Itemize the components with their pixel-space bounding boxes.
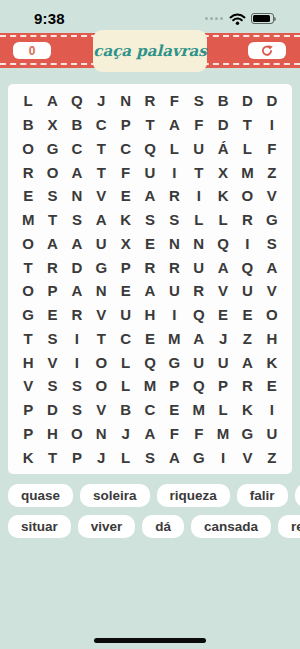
- cell-r3c11[interactable]: F: [260, 137, 284, 161]
- cell-r9c8[interactable]: R: [187, 279, 211, 303]
- cell-r7c8[interactable]: N: [187, 232, 211, 256]
- cell-r2c7[interactable]: A: [162, 113, 186, 137]
- cell-r8c3[interactable]: D: [65, 255, 89, 279]
- cell-r13c7[interactable]: P: [162, 374, 186, 398]
- cell-r3c5[interactable]: C: [113, 137, 137, 161]
- cell-r6c10[interactable]: R: [235, 208, 259, 232]
- cell-r7c11[interactable]: S: [260, 232, 284, 256]
- cell-r7c7[interactable]: N: [162, 232, 186, 256]
- cell-r14c4[interactable]: V: [89, 398, 113, 422]
- cell-r8c5[interactable]: P: [113, 255, 137, 279]
- cell-r10c2[interactable]: E: [40, 303, 64, 327]
- cell-r15c11[interactable]: U: [260, 422, 284, 446]
- cell-r8c8[interactable]: U: [187, 255, 211, 279]
- status-time: 9:38: [34, 10, 65, 27]
- status-bar: 9:38: [0, 0, 300, 33]
- cell-r10c10[interactable]: E: [235, 303, 259, 327]
- cell-r2c6[interactable]: T: [138, 113, 162, 137]
- battery-nub: [274, 17, 276, 21]
- cell-r5c1[interactable]: E: [16, 184, 40, 208]
- cell-r13c8[interactable]: Q: [187, 374, 211, 398]
- cell-r3c4[interactable]: T: [89, 137, 113, 161]
- cell-r13c5[interactable]: L: [113, 374, 137, 398]
- cell-r6c3[interactable]: S: [65, 208, 89, 232]
- cell-r5c8[interactable]: I: [187, 184, 211, 208]
- cell-r10c11[interactable]: O: [260, 303, 284, 327]
- cell-r3c9[interactable]: Á: [211, 137, 235, 161]
- cell-r14c11[interactable]: I: [260, 398, 284, 422]
- cell-r13c10[interactable]: R: [235, 374, 259, 398]
- word-chip-dá: dá: [142, 515, 184, 538]
- word-chip-situar: situar: [8, 515, 71, 538]
- cell-r1c7[interactable]: F: [162, 89, 186, 113]
- cell-r11c4[interactable]: T: [89, 327, 113, 351]
- cell-r9c7[interactable]: U: [162, 279, 186, 303]
- cell-r2c10[interactable]: T: [235, 113, 259, 137]
- cell-r4c9[interactable]: X: [211, 160, 235, 184]
- word-row-2: situarviverdácansadaremoto: [8, 515, 292, 538]
- cell-r3c6[interactable]: Q: [138, 137, 162, 161]
- cell-r10c5[interactable]: U: [113, 303, 137, 327]
- cell-r14c10[interactable]: K: [235, 398, 259, 422]
- cell-r12c10[interactable]: A: [235, 350, 259, 374]
- cell-r12c7[interactable]: G: [162, 350, 186, 374]
- cell-r4c6[interactable]: U: [138, 160, 162, 184]
- cell-r9c6[interactable]: A: [138, 279, 162, 303]
- found-words-count: 0: [29, 44, 36, 58]
- cell-r11c9[interactable]: J: [211, 327, 235, 351]
- cell-r6c8[interactable]: L: [187, 208, 211, 232]
- cell-r1c6[interactable]: R: [138, 89, 162, 113]
- cell-r4c7[interactable]: I: [162, 160, 186, 184]
- cell-r7c9[interactable]: Q: [211, 232, 235, 256]
- cell-r2c5[interactable]: P: [113, 113, 137, 137]
- title-plaque: caça palavras: [93, 30, 207, 72]
- word-chip-viver: viver: [78, 515, 136, 538]
- cell-r12c9[interactable]: U: [211, 350, 235, 374]
- cell-r6c5[interactable]: K: [113, 208, 137, 232]
- cell-r8c10[interactable]: Q: [235, 255, 259, 279]
- word-list: quasesoleirariquezafalirgostar situarviv…: [0, 474, 300, 538]
- word-row-1: quasesoleirariquezafalirgostar: [8, 484, 292, 507]
- cell-r16c7[interactable]: A: [162, 445, 186, 469]
- cell-r11c1[interactable]: T: [16, 327, 40, 351]
- cell-r4c2[interactable]: O: [40, 160, 64, 184]
- cell-r9c11[interactable]: V: [260, 279, 284, 303]
- cell-r14c5[interactable]: B: [113, 398, 137, 422]
- app-title: caça palavras: [93, 42, 206, 60]
- cell-r10c6[interactable]: H: [138, 303, 162, 327]
- cell-r6c6[interactable]: S: [138, 208, 162, 232]
- word-chip-remoto: remoto: [278, 515, 300, 538]
- cell-r4c5[interactable]: F: [113, 160, 137, 184]
- cell-r7c4[interactable]: U: [89, 232, 113, 256]
- cell-r3c8[interactable]: U: [187, 137, 211, 161]
- cell-r12c3[interactable]: I: [65, 350, 89, 374]
- cell-r12c1[interactable]: H: [16, 350, 40, 374]
- cell-r8c9[interactable]: A: [211, 255, 235, 279]
- cell-r6c4[interactable]: A: [89, 208, 113, 232]
- cell-r3c7[interactable]: L: [162, 137, 186, 161]
- cell-r14c2[interactable]: D: [40, 398, 64, 422]
- battery-icon: [251, 13, 274, 24]
- word-chip-falir: falir: [237, 484, 288, 507]
- cell-r13c6[interactable]: M: [138, 374, 162, 398]
- cell-r11c8[interactable]: A: [187, 327, 211, 351]
- cell-r10c8[interactable]: Q: [187, 303, 211, 327]
- cell-r5c4[interactable]: V: [89, 184, 113, 208]
- cell-r15c4[interactable]: N: [89, 422, 113, 446]
- cell-r9c5[interactable]: E: [113, 279, 137, 303]
- cell-r13c1[interactable]: V: [16, 374, 40, 398]
- refresh-icon: [259, 44, 275, 57]
- cell-r10c3[interactable]: R: [65, 303, 89, 327]
- word-chip-quase: quase: [8, 484, 73, 507]
- cell-r9c2[interactable]: P: [40, 279, 64, 303]
- cell-r14c3[interactable]: S: [65, 398, 89, 422]
- cell-r7c2[interactable]: A: [40, 232, 64, 256]
- cell-r5c7[interactable]: R: [162, 184, 186, 208]
- cell-r7c5[interactable]: X: [113, 232, 137, 256]
- cell-r9c9[interactable]: V: [211, 279, 235, 303]
- cell-r11c5[interactable]: C: [113, 327, 137, 351]
- cell-r1c10[interactable]: D: [235, 89, 259, 113]
- cell-r8c11[interactable]: A: [260, 255, 284, 279]
- cell-r4c1[interactable]: R: [16, 160, 40, 184]
- wifi-icon: [229, 13, 246, 25]
- word-chip-cansada: cansada: [191, 515, 271, 538]
- cell-r10c9[interactable]: E: [211, 303, 235, 327]
- cell-r13c9[interactable]: P: [211, 374, 235, 398]
- cell-r16c4[interactable]: J: [89, 445, 113, 469]
- cell-r16c2[interactable]: T: [40, 445, 64, 469]
- cell-r7c1[interactable]: O: [16, 232, 40, 256]
- cell-r13c3[interactable]: S: [65, 374, 89, 398]
- cell-r14c1[interactable]: P: [16, 398, 40, 422]
- cell-r1c1[interactable]: L: [16, 89, 40, 113]
- header-bar: 0 caça palavras: [0, 33, 300, 68]
- cell-r8c2[interactable]: R: [40, 255, 64, 279]
- cell-r4c11[interactable]: Z: [260, 160, 284, 184]
- cell-r8c4[interactable]: G: [89, 255, 113, 279]
- cell-r8c1[interactable]: T: [16, 255, 40, 279]
- cell-r13c4[interactable]: O: [89, 374, 113, 398]
- cell-r15c9[interactable]: M: [211, 422, 235, 446]
- cell-r2c11[interactable]: I: [260, 113, 284, 137]
- cell-r1c11[interactable]: D: [260, 89, 284, 113]
- cell-r6c2[interactable]: T: [40, 208, 64, 232]
- cellular-signal-icon: [205, 17, 223, 20]
- cell-r1c9[interactable]: B: [211, 89, 235, 113]
- cell-r10c1[interactable]: G: [16, 303, 40, 327]
- grid-card: LAQJNRFSBDDBXBCPTAFDTIOGCTCQLUÁLFROATFUI…: [8, 84, 292, 474]
- cell-r13c11[interactable]: E: [260, 374, 284, 398]
- cell-r6c1[interactable]: M: [16, 208, 40, 232]
- cell-r2c4[interactable]: C: [89, 113, 113, 137]
- cell-r4c3[interactable]: A: [65, 160, 89, 184]
- cell-r4c8[interactable]: T: [187, 160, 211, 184]
- cell-r13c2[interactable]: S: [40, 374, 64, 398]
- word-chip-soleira: soleira: [80, 484, 150, 507]
- cell-r4c4[interactable]: T: [89, 160, 113, 184]
- cell-r6c7[interactable]: S: [162, 208, 186, 232]
- cell-r2c2[interactable]: X: [40, 113, 64, 137]
- cell-r2c9[interactable]: D: [211, 113, 235, 137]
- cell-r11c7[interactable]: M: [162, 327, 186, 351]
- cell-r16c9[interactable]: I: [211, 445, 235, 469]
- cell-r5c2[interactable]: S: [40, 184, 64, 208]
- cell-r15c3[interactable]: O: [65, 422, 89, 446]
- cell-r2c1[interactable]: B: [16, 113, 40, 137]
- score-badge: 0: [13, 42, 51, 59]
- cell-r7c3[interactable]: A: [65, 232, 89, 256]
- cell-r12c4[interactable]: O: [89, 350, 113, 374]
- cell-r11c10[interactable]: Z: [235, 327, 259, 351]
- refresh-button[interactable]: [248, 42, 286, 59]
- cell-r16c10[interactable]: V: [235, 445, 259, 469]
- cell-r15c1[interactable]: P: [16, 422, 40, 446]
- cell-r1c8[interactable]: S: [187, 89, 211, 113]
- word-chip-gostar: gostar: [295, 484, 300, 507]
- cell-r14c6[interactable]: C: [138, 398, 162, 422]
- cell-r8c7[interactable]: R: [162, 255, 186, 279]
- cell-r15c2[interactable]: H: [40, 422, 64, 446]
- cell-r2c8[interactable]: F: [187, 113, 211, 137]
- cell-r12c6[interactable]: Q: [138, 350, 162, 374]
- cell-r5c5[interactable]: E: [113, 184, 137, 208]
- cell-r1c2[interactable]: A: [40, 89, 64, 113]
- cell-r14c7[interactable]: E: [162, 398, 186, 422]
- cell-r16c11[interactable]: Z: [260, 445, 284, 469]
- cell-r16c6[interactable]: S: [138, 445, 162, 469]
- cell-r11c11[interactable]: H: [260, 327, 284, 351]
- cell-r5c6[interactable]: A: [138, 184, 162, 208]
- app-screen: 9:38 0 caça palavras: [0, 0, 300, 649]
- battery-level: [253, 15, 270, 22]
- cell-r12c2[interactable]: V: [40, 350, 64, 374]
- cell-r9c4[interactable]: N: [89, 279, 113, 303]
- cell-r10c7[interactable]: I: [162, 303, 186, 327]
- word-chip-riqueza: riqueza: [157, 484, 230, 507]
- cell-r12c11[interactable]: K: [260, 350, 284, 374]
- cell-r3c3[interactable]: C: [65, 137, 89, 161]
- cell-r15c7[interactable]: F: [162, 422, 186, 446]
- cell-r3c2[interactable]: G: [40, 137, 64, 161]
- cell-r5c9[interactable]: K: [211, 184, 235, 208]
- status-icons: [205, 13, 274, 25]
- cell-r15c6[interactable]: A: [138, 422, 162, 446]
- cell-r6c11[interactable]: G: [260, 208, 284, 232]
- cell-r11c2[interactable]: S: [40, 327, 64, 351]
- cell-r9c1[interactable]: O: [16, 279, 40, 303]
- cell-r12c5[interactable]: L: [113, 350, 137, 374]
- cell-r5c10[interactable]: O: [235, 184, 259, 208]
- cell-r10c4[interactable]: V: [89, 303, 113, 327]
- cell-r16c5[interactable]: L: [113, 445, 137, 469]
- cell-r14c9[interactable]: L: [211, 398, 235, 422]
- cell-r7c6[interactable]: E: [138, 232, 162, 256]
- cell-r11c3[interactable]: I: [65, 327, 89, 351]
- cell-r16c1[interactable]: K: [16, 445, 40, 469]
- cell-r1c5[interactable]: N: [113, 89, 137, 113]
- cell-r1c4[interactable]: J: [89, 89, 113, 113]
- cell-r1c3[interactable]: Q: [65, 89, 89, 113]
- cell-r8c6[interactable]: R: [138, 255, 162, 279]
- letter-grid[interactable]: LAQJNRFSBDDBXBCPTAFDTIOGCTCQLUÁLFROATFUI…: [16, 89, 284, 469]
- cell-r9c10[interactable]: U: [235, 279, 259, 303]
- cell-r16c3[interactable]: P: [65, 445, 89, 469]
- cell-r6c9[interactable]: L: [211, 208, 235, 232]
- cell-r9c3[interactable]: A: [65, 279, 89, 303]
- cell-r7c10[interactable]: I: [235, 232, 259, 256]
- cell-r11c6[interactable]: E: [138, 327, 162, 351]
- home-indicator[interactable]: [94, 638, 206, 643]
- cell-r2c3[interactable]: B: [65, 113, 89, 137]
- cell-r3c1[interactable]: O: [16, 137, 40, 161]
- cell-r5c3[interactable]: N: [65, 184, 89, 208]
- cell-r16c8[interactable]: G: [187, 445, 211, 469]
- cell-r15c10[interactable]: G: [235, 422, 259, 446]
- cell-r15c8[interactable]: F: [187, 422, 211, 446]
- cell-r14c8[interactable]: M: [187, 398, 211, 422]
- cell-r4c10[interactable]: M: [235, 160, 259, 184]
- cell-r15c5[interactable]: J: [113, 422, 137, 446]
- cell-r5c11[interactable]: V: [260, 184, 284, 208]
- cell-r12c8[interactable]: U: [187, 350, 211, 374]
- cell-r3c10[interactable]: L: [235, 137, 259, 161]
